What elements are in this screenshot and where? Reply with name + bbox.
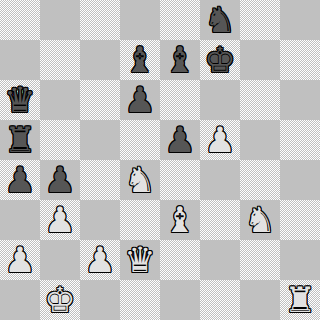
square-g4[interactable] (240, 160, 280, 200)
square-h7[interactable] (280, 40, 320, 80)
square-f5[interactable]: ♟ (200, 120, 240, 160)
square-c3[interactable] (80, 200, 120, 240)
white-king-piece[interactable]: ♚ (40, 280, 80, 320)
square-e1[interactable] (160, 280, 200, 320)
square-f3[interactable] (200, 200, 240, 240)
square-e4[interactable] (160, 160, 200, 200)
white-queen-piece[interactable]: ♛ (120, 240, 160, 280)
square-e5[interactable]: ♟ (160, 120, 200, 160)
black-pawn-piece[interactable]: ♟ (160, 120, 200, 160)
white-rook-piece[interactable]: ♜ (280, 280, 320, 320)
square-d3[interactable] (120, 200, 160, 240)
square-f6[interactable] (200, 80, 240, 120)
square-a2[interactable]: ♟ (0, 240, 40, 280)
chess-board: ♞♝♝♚♛♟♜♟♟♟♟♞♟♝♞♟♟♛♚♜ (0, 0, 320, 320)
square-e6[interactable] (160, 80, 200, 120)
square-a8[interactable] (0, 0, 40, 40)
square-b1[interactable]: ♚ (40, 280, 80, 320)
square-c7[interactable] (80, 40, 120, 80)
black-bishop-piece[interactable]: ♝ (120, 40, 160, 80)
square-e3[interactable]: ♝ (160, 200, 200, 240)
square-c2[interactable]: ♟ (80, 240, 120, 280)
square-g3[interactable]: ♞ (240, 200, 280, 240)
square-e2[interactable] (160, 240, 200, 280)
square-h6[interactable] (280, 80, 320, 120)
square-b2[interactable] (40, 240, 80, 280)
black-pawn-piece[interactable]: ♟ (40, 160, 80, 200)
square-g1[interactable] (240, 280, 280, 320)
square-c8[interactable] (80, 0, 120, 40)
square-h3[interactable] (280, 200, 320, 240)
square-d2[interactable]: ♛ (120, 240, 160, 280)
square-a4[interactable]: ♟ (0, 160, 40, 200)
square-d7[interactable]: ♝ (120, 40, 160, 80)
square-b5[interactable] (40, 120, 80, 160)
black-rook-piece[interactable]: ♜ (0, 120, 40, 160)
square-g6[interactable] (240, 80, 280, 120)
square-c6[interactable] (80, 80, 120, 120)
square-b6[interactable] (40, 80, 80, 120)
square-b4[interactable]: ♟ (40, 160, 80, 200)
square-a5[interactable]: ♜ (0, 120, 40, 160)
square-f2[interactable] (200, 240, 240, 280)
square-e7[interactable]: ♝ (160, 40, 200, 80)
white-pawn-piece[interactable]: ♟ (0, 240, 40, 280)
white-knight-piece[interactable]: ♞ (240, 200, 280, 240)
square-d5[interactable] (120, 120, 160, 160)
square-c1[interactable] (80, 280, 120, 320)
square-f8[interactable]: ♞ (200, 0, 240, 40)
square-c5[interactable] (80, 120, 120, 160)
white-pawn-piece[interactable]: ♟ (200, 120, 240, 160)
square-a6[interactable]: ♛ (0, 80, 40, 120)
square-c4[interactable] (80, 160, 120, 200)
black-king-piece[interactable]: ♚ (200, 40, 240, 80)
square-d1[interactable] (120, 280, 160, 320)
white-pawn-piece[interactable]: ♟ (40, 200, 80, 240)
square-d8[interactable] (120, 0, 160, 40)
white-pawn-piece[interactable]: ♟ (80, 240, 120, 280)
square-h8[interactable] (280, 0, 320, 40)
black-queen-piece[interactable]: ♛ (0, 80, 40, 120)
black-knight-piece[interactable]: ♞ (200, 0, 240, 40)
square-h4[interactable] (280, 160, 320, 200)
white-knight-piece[interactable]: ♞ (120, 160, 160, 200)
square-a1[interactable] (0, 280, 40, 320)
square-g2[interactable] (240, 240, 280, 280)
black-pawn-piece[interactable]: ♟ (0, 160, 40, 200)
black-bishop-piece[interactable]: ♝ (160, 40, 200, 80)
square-g5[interactable] (240, 120, 280, 160)
chess-board-grid: ♞♝♝♚♛♟♜♟♟♟♟♞♟♝♞♟♟♛♚♜ (0, 0, 320, 320)
square-f1[interactable] (200, 280, 240, 320)
square-f4[interactable] (200, 160, 240, 200)
white-bishop-piece[interactable]: ♝ (160, 200, 200, 240)
square-h2[interactable] (280, 240, 320, 280)
square-b8[interactable] (40, 0, 80, 40)
square-e8[interactable] (160, 0, 200, 40)
square-g8[interactable] (240, 0, 280, 40)
square-d6[interactable]: ♟ (120, 80, 160, 120)
square-g7[interactable] (240, 40, 280, 80)
square-a7[interactable] (0, 40, 40, 80)
square-b3[interactable]: ♟ (40, 200, 80, 240)
square-f7[interactable]: ♚ (200, 40, 240, 80)
black-pawn-piece[interactable]: ♟ (120, 80, 160, 120)
square-b7[interactable] (40, 40, 80, 80)
square-h1[interactable]: ♜ (280, 280, 320, 320)
square-h5[interactable] (280, 120, 320, 160)
square-a3[interactable] (0, 200, 40, 240)
square-d4[interactable]: ♞ (120, 160, 160, 200)
